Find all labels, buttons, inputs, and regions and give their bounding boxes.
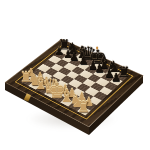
black-pawn-piece[interactable]: ♟ [111,72,121,83]
black-king-finial [97,47,99,50]
black-pawn-piece[interactable]: ♟ [79,56,89,67]
black-pawn-piece[interactable]: ♟ [95,64,105,75]
chess-set-photo: ♜♞♝♛♚♝♞♜♟♟♟♟♟♟♟♟♟♟♟♟♟♟♟♟♜♞♝♛♚♝♞♜ [0,0,150,150]
white-rook-piece[interactable]: ♜ [77,99,90,114]
black-pawn-piece[interactable]: ♟ [69,52,79,63]
